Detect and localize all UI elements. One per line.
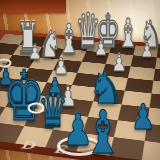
piece-silver-pawn-g7[interactable]: ♟: [140, 41, 153, 61]
piece-silver-pawn-e7[interactable]: ♟: [94, 39, 107, 59]
chess-3d-screenshot: D E ♜♞♝♛♚♝♞♟♟♟♟♟♟♚♛♟♟♞♝♟♟: [0, 0, 160, 160]
move-indicator[interactable]: [28, 103, 45, 114]
table-edge: [0, 0, 66, 13]
piece-blue-pawn-g2[interactable]: ♟: [131, 99, 155, 134]
piece-blue-bishop-f1[interactable]: ♝: [83, 103, 122, 160]
square[interactable]: [142, 141, 160, 160]
